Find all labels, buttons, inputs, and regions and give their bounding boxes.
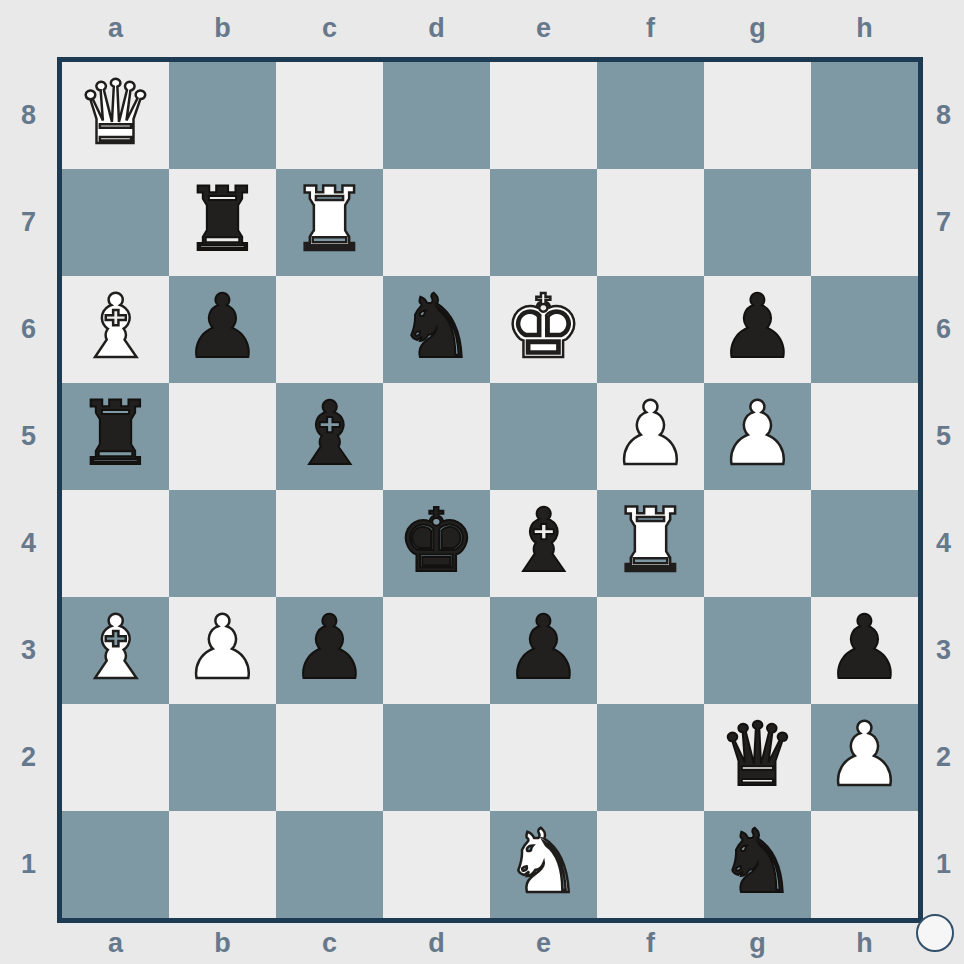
- rank-label-1: 1: [923, 811, 964, 918]
- square-b6[interactable]: ♟: [169, 276, 276, 383]
- chess-board: ♛♜♜♝♟♞♚♟♜♝♟♟♚♝♜♝♟♟♟♟♛♟♞♞: [62, 62, 918, 918]
- square-b2[interactable]: [169, 704, 276, 811]
- square-g5[interactable]: ♟: [704, 383, 811, 490]
- square-f2[interactable]: [597, 704, 704, 811]
- square-e1[interactable]: ♞: [490, 811, 597, 918]
- white-bishop-a3[interactable]: ♝: [76, 604, 155, 692]
- rank-labels-right: 87654321: [923, 62, 964, 918]
- white-bishop-a6[interactable]: ♝: [76, 283, 155, 371]
- square-a1[interactable]: [62, 811, 169, 918]
- square-h4[interactable]: [811, 490, 918, 597]
- square-g8[interactable]: [704, 62, 811, 169]
- square-h5[interactable]: [811, 383, 918, 490]
- square-a3[interactable]: ♝: [62, 597, 169, 704]
- square-f1[interactable]: [597, 811, 704, 918]
- square-d7[interactable]: [383, 169, 490, 276]
- square-h7[interactable]: [811, 169, 918, 276]
- file-label-g: g: [704, 0, 811, 57]
- white-queen-a8[interactable]: ♛: [76, 69, 155, 157]
- square-e6[interactable]: ♚: [490, 276, 597, 383]
- rank-label-6: 6: [0, 276, 57, 383]
- square-h8[interactable]: [811, 62, 918, 169]
- square-b8[interactable]: [169, 62, 276, 169]
- rank-label-4: 4: [923, 490, 964, 597]
- black-rook-b7[interactable]: ♜: [183, 176, 262, 264]
- square-g7[interactable]: [704, 169, 811, 276]
- square-c7[interactable]: ♜: [276, 169, 383, 276]
- rank-label-7: 7: [923, 169, 964, 276]
- black-bishop-e4[interactable]: ♝: [504, 497, 583, 585]
- black-knight-g1[interactable]: ♞: [718, 818, 797, 906]
- square-a2[interactable]: [62, 704, 169, 811]
- square-e8[interactable]: [490, 62, 597, 169]
- black-king-d4[interactable]: ♚: [397, 497, 476, 585]
- square-f8[interactable]: [597, 62, 704, 169]
- white-pawn-g5[interactable]: ♟: [718, 390, 797, 478]
- black-bishop-c5[interactable]: ♝: [290, 390, 369, 478]
- square-f6[interactable]: [597, 276, 704, 383]
- square-c5[interactable]: ♝: [276, 383, 383, 490]
- black-pawn-g6[interactable]: ♟: [718, 283, 797, 371]
- square-f5[interactable]: ♟: [597, 383, 704, 490]
- square-e5[interactable]: [490, 383, 597, 490]
- file-label-c: c: [276, 0, 383, 57]
- square-b4[interactable]: [169, 490, 276, 597]
- file-label-a: a: [62, 923, 169, 964]
- square-h1[interactable]: [811, 811, 918, 918]
- square-c8[interactable]: [276, 62, 383, 169]
- white-rook-f4[interactable]: ♜: [611, 497, 690, 585]
- square-b7[interactable]: ♜: [169, 169, 276, 276]
- file-label-e: e: [490, 923, 597, 964]
- rank-label-7: 7: [0, 169, 57, 276]
- rank-label-6: 6: [923, 276, 964, 383]
- square-g3[interactable]: [704, 597, 811, 704]
- file-labels-top: abcdefgh: [62, 0, 918, 57]
- white-knight-e1[interactable]: ♞: [504, 818, 583, 906]
- square-g6[interactable]: ♟: [704, 276, 811, 383]
- rank-label-5: 5: [923, 383, 964, 490]
- file-labels-bottom: abcdefgh: [62, 923, 918, 964]
- rank-label-1: 1: [0, 811, 57, 918]
- rank-label-8: 8: [0, 62, 57, 169]
- square-a7[interactable]: [62, 169, 169, 276]
- square-a5[interactable]: ♜: [62, 383, 169, 490]
- square-b1[interactable]: [169, 811, 276, 918]
- square-e3[interactable]: ♟: [490, 597, 597, 704]
- white-rook-c7[interactable]: ♜: [290, 176, 369, 264]
- square-f3[interactable]: [597, 597, 704, 704]
- square-h3[interactable]: ♟: [811, 597, 918, 704]
- square-c1[interactable]: [276, 811, 383, 918]
- square-e7[interactable]: [490, 169, 597, 276]
- square-h2[interactable]: ♟: [811, 704, 918, 811]
- square-f4[interactable]: ♜: [597, 490, 704, 597]
- square-a6[interactable]: ♝: [62, 276, 169, 383]
- file-label-f: f: [597, 0, 704, 57]
- file-label-d: d: [383, 0, 490, 57]
- file-label-b: b: [169, 923, 276, 964]
- black-pawn-c3[interactable]: ♟: [290, 604, 369, 692]
- chess-diagram: abcdefgh 87654321 ♛♜♜♝♟♞♚♟♜♝♟♟♚♝♜♝♟♟♟♟♛♟…: [0, 0, 964, 964]
- file-label-h: h: [811, 0, 918, 57]
- square-d6[interactable]: ♞: [383, 276, 490, 383]
- square-c4[interactable]: [276, 490, 383, 597]
- file-label-h: h: [811, 923, 918, 964]
- square-e4[interactable]: ♝: [490, 490, 597, 597]
- square-f7[interactable]: [597, 169, 704, 276]
- file-label-c: c: [276, 923, 383, 964]
- board-frame: ♛♜♜♝♟♞♚♟♜♝♟♟♚♝♜♝♟♟♟♟♛♟♞♞: [57, 57, 923, 923]
- black-pawn-b6[interactable]: ♟: [183, 283, 262, 371]
- rank-labels-left: 87654321: [0, 62, 57, 918]
- rank-label-3: 3: [0, 597, 57, 704]
- white-pawn-f5[interactable]: ♟: [611, 390, 690, 478]
- square-d3[interactable]: [383, 597, 490, 704]
- black-rook-a5[interactable]: ♜: [76, 390, 155, 478]
- square-c2[interactable]: [276, 704, 383, 811]
- file-label-g: g: [704, 923, 811, 964]
- black-knight-d6[interactable]: ♞: [397, 283, 476, 371]
- square-b5[interactable]: [169, 383, 276, 490]
- rank-label-2: 2: [923, 704, 964, 811]
- square-d2[interactable]: [383, 704, 490, 811]
- file-label-a: a: [62, 0, 169, 57]
- square-d1[interactable]: [383, 811, 490, 918]
- file-label-e: e: [490, 0, 597, 57]
- file-label-b: b: [169, 0, 276, 57]
- white-pawn-b3[interactable]: ♟: [183, 604, 262, 692]
- square-g2[interactable]: ♛: [704, 704, 811, 811]
- square-d8[interactable]: [383, 62, 490, 169]
- white-pawn-h2[interactable]: ♟: [825, 711, 904, 799]
- rank-label-8: 8: [923, 62, 964, 169]
- file-label-f: f: [597, 923, 704, 964]
- square-b3[interactable]: ♟: [169, 597, 276, 704]
- square-a8[interactable]: ♛: [62, 62, 169, 169]
- square-e2[interactable]: [490, 704, 597, 811]
- rank-label-4: 4: [0, 490, 57, 597]
- black-queen-g2[interactable]: ♛: [718, 711, 797, 799]
- square-g1[interactable]: ♞: [704, 811, 811, 918]
- square-d4[interactable]: ♚: [383, 490, 490, 597]
- square-c3[interactable]: ♟: [276, 597, 383, 704]
- rank-label-2: 2: [0, 704, 57, 811]
- square-c6[interactable]: [276, 276, 383, 383]
- white-to-move-indicator: [916, 914, 954, 952]
- square-g4[interactable]: [704, 490, 811, 597]
- black-pawn-e3[interactable]: ♟: [504, 604, 583, 692]
- square-d5[interactable]: [383, 383, 490, 490]
- black-pawn-h3[interactable]: ♟: [825, 604, 904, 692]
- white-king-e6[interactable]: ♚: [504, 283, 583, 371]
- file-label-d: d: [383, 923, 490, 964]
- rank-label-5: 5: [0, 383, 57, 490]
- square-a4[interactable]: [62, 490, 169, 597]
- square-h6[interactable]: [811, 276, 918, 383]
- rank-label-3: 3: [923, 597, 964, 704]
